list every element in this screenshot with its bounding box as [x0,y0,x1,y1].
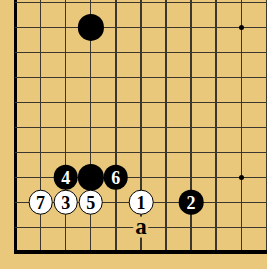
white-stone-move-7: 7 [28,190,53,215]
star-point [239,175,244,180]
intersection-7-7 [179,165,204,190]
intersection-0-0 [3,0,28,15]
intersection-6-1 [153,15,178,40]
intersection-1-9 [28,215,53,240]
grid-line-horizontal [204,152,229,153]
intersection-8-1 [204,15,229,40]
intersection-5-3 [128,65,153,90]
intersection-0-5 [3,115,28,140]
grid-line-horizontal [15,127,28,128]
grid-line-horizontal [78,227,103,228]
grid-line-horizontal [254,227,267,228]
intersection-6-7 [153,165,178,190]
grid-line-horizontal [103,152,128,153]
grid-line-horizontal [15,202,28,203]
grid-line-horizontal [128,177,153,178]
grid-line-horizontal [78,127,103,128]
grid-line-horizontal [78,77,103,78]
intersection-4-6 [103,140,128,165]
grid-line-horizontal [28,102,53,103]
intersection-5-10 [128,240,153,265]
grid-line-horizontal [179,250,204,254]
intersection-5-1 [128,15,153,40]
intersection-1-4 [28,90,53,115]
grid-line-horizontal [254,102,267,103]
intersection-9-0 [229,0,254,15]
grid-line-horizontal [103,202,128,203]
intersection-5-0 [128,0,153,15]
grid-line-horizontal [128,2,153,3]
intersection-10-2 [254,40,267,65]
grid-line-horizontal [229,250,254,254]
grid-line-horizontal [204,227,229,228]
grid-line-horizontal [103,27,128,28]
grid-line-horizontal [229,127,254,128]
intersection-9-8 [229,190,254,215]
intersection-1-5 [28,115,53,140]
white-stone-move-1: 1 [129,190,154,215]
intersection-4-5 [103,115,128,140]
grid-line-horizontal [153,102,178,103]
grid-line-horizontal [78,52,103,53]
intersection-1-3 [28,65,53,90]
grid-line-horizontal [204,202,229,203]
grid-line-horizontal [179,177,204,178]
intersection-5-6 [128,140,153,165]
intersection-4-1 [103,15,128,40]
intersection-5-4 [128,90,153,115]
grid-line-horizontal [229,102,254,103]
grid-line-horizontal [78,2,103,3]
grid-line-horizontal [254,250,267,254]
grid-line-horizontal [53,152,78,153]
intersection-3-10 [78,240,103,265]
intersection-6-0 [153,0,178,15]
intersection-0-6 [3,140,28,165]
intersection-10-9 [254,215,267,240]
intersection-3-0 [78,0,103,15]
grid-line-horizontal [15,52,28,53]
intersection-9-7 [229,165,254,190]
grid-line-horizontal [128,250,153,254]
intersection-1-0 [28,0,53,15]
grid-line-horizontal [28,27,53,28]
grid-line-horizontal [53,127,78,128]
grid-line-horizontal [128,152,153,153]
intersection-4-0 [103,0,128,15]
intersection-1-1 [28,15,53,40]
intersection-0-3 [3,65,28,90]
intersection-10-8 [254,190,267,215]
grid-line-horizontal [229,227,254,228]
grid-line-horizontal [15,152,28,153]
grid-line-horizontal [204,102,229,103]
intersection-7-1 [179,15,204,40]
intersection-5-2 [128,40,153,65]
grid-line-horizontal [15,227,28,228]
intersection-1-2 [28,40,53,65]
grid-line-horizontal [53,77,78,78]
intersection-2-2 [53,40,78,65]
grid-line-horizontal [204,2,229,3]
grid-line-horizontal [204,77,229,78]
grid-line-horizontal [28,52,53,53]
grid-line-horizontal [15,2,28,3]
grid-line-horizontal [28,127,53,128]
intersection-10-4 [254,90,267,115]
intersection-2-7: 4 [53,165,78,190]
grid-line-horizontal [15,27,28,28]
intersection-9-5 [229,115,254,140]
intersection-0-10 [3,240,28,265]
black-stone [78,14,104,40]
grid-line-horizontal [179,2,204,3]
grid-line-horizontal [153,77,178,78]
intersection-3-8: 5 [78,190,103,215]
grid-line-horizontal [179,52,204,53]
intersection-2-10 [53,240,78,265]
grid-line-horizontal [78,102,103,103]
intersection-2-1 [53,15,78,40]
grid-line-horizontal [28,152,53,153]
grid-line-horizontal [28,2,53,3]
grid-line-horizontal [254,2,267,3]
grid-line-horizontal [53,27,78,28]
intersection-8-0 [204,0,229,15]
grid-line-horizontal [53,52,78,53]
grid-line-horizontal [103,77,128,78]
intersection-1-7 [28,165,53,190]
intersection-4-8 [103,190,128,215]
grid-line-horizontal [53,2,78,3]
intersection-10-10 [254,240,267,265]
intersection-4-10 [103,240,128,265]
grid-line-horizontal [254,27,267,28]
intersection-7-4 [179,90,204,115]
intersection-7-9 [179,215,204,240]
intersection-0-1 [3,15,28,40]
intersection-0-9 [3,215,28,240]
intersection-8-8 [204,190,229,215]
grid-line-horizontal [78,250,103,254]
intersection-8-3 [204,65,229,90]
intersection-3-2 [78,40,103,65]
intersection-0-7 [3,165,28,190]
intersection-7-5 [179,115,204,140]
intersection-7-2 [179,40,204,65]
grid-line-horizontal [254,152,267,153]
grid-line-horizontal [254,77,267,78]
intersection-7-3 [179,65,204,90]
grid-line-horizontal [103,227,128,228]
grid-line-horizontal [153,152,178,153]
intersection-8-9 [204,215,229,240]
grid-line-horizontal [254,202,267,203]
grid-line-horizontal [128,52,153,53]
grid-line-horizontal [53,102,78,103]
grid-line-horizontal [128,102,153,103]
intersection-0-8 [3,190,28,215]
intersection-3-6 [78,140,103,165]
intersection-9-9 [229,215,254,240]
grid-line-horizontal [53,250,78,254]
intersection-9-2 [229,40,254,65]
intersection-3-3 [78,65,103,90]
grid-line-horizontal [229,152,254,153]
intersection-0-2 [3,40,28,65]
intersection-6-8 [153,190,178,215]
intersection-9-4 [229,90,254,115]
go-diagram: 4673512a [0,0,267,269]
grid-line-horizontal [28,177,53,178]
intersection-3-5 [78,115,103,140]
black-stone-move-2: 2 [179,190,204,215]
grid-line-horizontal [15,77,28,78]
grid-line-horizontal [128,77,153,78]
grid-line-horizontal [179,77,204,78]
grid-line-horizontal [204,52,229,53]
grid-line-horizontal [204,27,229,28]
grid-line-horizontal [15,102,28,103]
grid-line-horizontal [153,227,178,228]
grid-line-horizontal [103,127,128,128]
intersection-8-5 [204,115,229,140]
intersection-2-9 [53,215,78,240]
grid-line-horizontal [153,27,178,28]
intersection-4-4 [103,90,128,115]
intersection-2-3 [53,65,78,90]
intersection-6-10 [153,240,178,265]
intersection-7-10 [179,240,204,265]
intersection-6-2 [153,40,178,65]
grid-line-horizontal [153,2,178,3]
grid-line-horizontal [204,177,229,178]
intersection-6-3 [153,65,178,90]
grid-line-horizontal [53,227,78,228]
grid-line-horizontal [153,202,178,203]
grid-line-horizontal [103,52,128,53]
grid-line-horizontal [179,227,204,228]
grid-line-horizontal [78,152,103,153]
intersection-4-7: 6 [103,165,128,190]
intersection-6-5 [153,115,178,140]
black-stone-move-6: 6 [104,165,129,190]
white-stone-move-3: 3 [53,190,78,215]
grid-line-horizontal [28,227,53,228]
intersection-1-8: 7 [28,190,53,215]
grid-line-horizontal [128,27,153,28]
intersection-9-1 [229,15,254,40]
intersection-3-9 [78,215,103,240]
grid-line-horizontal [254,177,267,178]
grid-line-horizontal [103,250,128,254]
intersection-5-8: 1 [128,190,153,215]
intersection-10-1 [254,15,267,40]
intersection-2-0 [53,0,78,15]
intersection-3-7 [78,165,103,190]
intersection-1-10 [28,240,53,265]
intersection-10-0 [254,0,267,15]
intersection-9-10 [229,240,254,265]
intersection-8-10 [204,240,229,265]
grid-line-horizontal [204,250,229,254]
intersection-7-8: 2 [179,190,204,215]
grid-line-horizontal [153,250,178,254]
intersection-8-6 [204,140,229,165]
grid-line-horizontal [179,27,204,28]
intersection-9-6 [229,140,254,165]
intersection-3-1 [78,15,103,40]
grid-line-horizontal [254,52,267,53]
grid-line-horizontal [28,250,53,254]
grid-line-horizontal [254,127,267,128]
intersection-7-0 [179,0,204,15]
grid-line-horizontal [14,250,28,254]
intersection-2-4 [53,90,78,115]
white-stone-move-5: 5 [78,190,103,215]
intersection-10-7 [254,165,267,190]
intersection-9-3 [229,65,254,90]
intersection-10-3 [254,65,267,90]
grid-line-horizontal [28,77,53,78]
star-point [239,25,244,30]
go-board-grid: 4673512a [3,0,267,265]
intersection-7-6 [179,140,204,165]
black-stone [78,164,104,190]
intersection-5-9: a [128,215,153,240]
intersection-2-6 [53,140,78,165]
grid-line-horizontal [128,127,153,128]
grid-line-horizontal [229,2,254,3]
intersection-4-9 [103,215,128,240]
intersection-4-3 [103,65,128,90]
grid-line-horizontal [179,102,204,103]
intersection-6-6 [153,140,178,165]
grid-line-horizontal [229,77,254,78]
intersection-8-4 [204,90,229,115]
black-stone-move-4: 4 [53,165,78,190]
intersection-2-5 [53,115,78,140]
grid-line-horizontal [103,2,128,3]
grid-line-horizontal [153,127,178,128]
intersection-8-2 [204,40,229,65]
grid-line-horizontal [153,52,178,53]
grid-line-horizontal [179,127,204,128]
grid-line-horizontal [204,127,229,128]
intersection-8-7 [204,165,229,190]
intersection-3-4 [78,90,103,115]
grid-line-horizontal [15,177,28,178]
intersection-10-6 [254,140,267,165]
grid-line-horizontal [229,202,254,203]
grid-line-horizontal [179,152,204,153]
point-label-a: a [133,217,149,238]
intersection-6-4 [153,90,178,115]
intersection-5-5 [128,115,153,140]
intersection-1-6 [28,140,53,165]
intersection-2-8: 3 [53,190,78,215]
intersection-4-2 [103,40,128,65]
grid-line-horizontal [153,177,178,178]
intersection-10-5 [254,115,267,140]
intersection-5-7 [128,165,153,190]
intersection-0-4 [3,90,28,115]
grid-line-horizontal [229,52,254,53]
grid-line-horizontal [103,102,128,103]
intersection-6-9 [153,215,178,240]
